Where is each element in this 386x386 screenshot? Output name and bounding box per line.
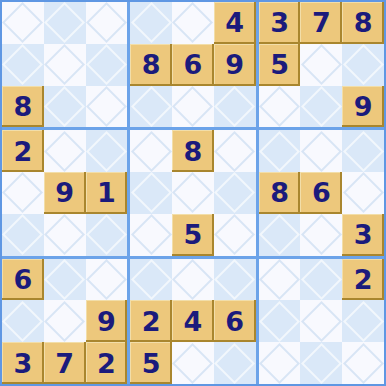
cell-r6c3[interactable]	[86, 214, 128, 256]
diamond-icon	[259, 343, 300, 384]
diamond-icon	[343, 301, 384, 342]
cell-r4c9[interactable]	[342, 130, 384, 172]
diamond-icon	[2, 44, 43, 85]
cell-r7c4[interactable]	[130, 259, 172, 301]
cell-r6c7[interactable]	[259, 214, 301, 256]
cell-r2c8[interactable]	[300, 44, 342, 86]
diamond-icon	[259, 86, 300, 127]
cell-r8c6: 6	[214, 300, 256, 342]
cell-r9c8[interactable]	[300, 342, 342, 384]
diamond-icon	[86, 86, 127, 127]
cell-r4c1: 2	[2, 130, 44, 172]
cell-r5c9[interactable]	[342, 172, 384, 214]
cell-r1c9: 8	[342, 2, 384, 44]
diamond-icon	[343, 44, 384, 85]
box-3-2: 2465	[130, 259, 255, 384]
diamond-icon	[2, 214, 43, 255]
diamond-icon	[259, 259, 300, 300]
diamond-icon	[86, 2, 127, 43]
cell-r9c4: 5	[130, 342, 172, 384]
cell-r7c6[interactable]	[214, 259, 256, 301]
diamond-icon	[86, 131, 127, 172]
box-2-2: 85	[130, 130, 255, 255]
cell-r1c7: 3	[259, 2, 301, 44]
diamond-icon	[172, 2, 213, 43]
cell-r3c3[interactable]	[86, 86, 128, 128]
cell-r5c5[interactable]	[172, 172, 214, 214]
cell-r1c1[interactable]	[2, 2, 44, 44]
cell-r2c5: 6	[172, 44, 214, 86]
cell-r9c3: 2	[86, 342, 128, 384]
diamond-icon	[343, 172, 384, 213]
diamond-icon	[131, 172, 172, 213]
cell-r7c2[interactable]	[44, 259, 86, 301]
cell-r9c7[interactable]	[259, 342, 301, 384]
cell-r6c2[interactable]	[44, 214, 86, 256]
cell-r5c7: 8	[259, 172, 301, 214]
diamond-icon	[86, 44, 127, 85]
diamond-icon	[172, 172, 213, 213]
diamond-icon	[214, 131, 255, 172]
diamond-icon	[44, 131, 85, 172]
cell-r3c7[interactable]	[259, 86, 301, 128]
cell-r8c5: 4	[172, 300, 214, 342]
diamond-icon	[44, 2, 85, 43]
cell-r8c7[interactable]	[259, 300, 301, 342]
diamond-icon	[301, 301, 342, 342]
diamond-icon	[301, 343, 342, 384]
cell-r8c3: 9	[86, 300, 128, 342]
diamond-icon	[214, 259, 255, 300]
box-1-1: 8	[2, 2, 127, 127]
diamond-icon	[44, 86, 85, 127]
cell-r6c5: 5	[172, 214, 214, 256]
cell-r8c4: 2	[130, 300, 172, 342]
diamond-icon	[301, 131, 342, 172]
cell-r9c9[interactable]	[342, 342, 384, 384]
diamond-icon	[259, 301, 300, 342]
diamond-icon	[172, 86, 213, 127]
cell-r1c8: 7	[300, 2, 342, 44]
box-2-3: 863	[259, 130, 384, 255]
diamond-icon	[172, 259, 213, 300]
diamond-icon	[2, 172, 43, 213]
cell-r5c4[interactable]	[130, 172, 172, 214]
diamond-icon	[131, 259, 172, 300]
cell-r9c5[interactable]	[172, 342, 214, 384]
cell-r9c6[interactable]	[214, 342, 256, 384]
cell-r7c3[interactable]	[86, 259, 128, 301]
cell-r5c3: 1	[86, 172, 128, 214]
sudoku-board: 8486937859291858636937224652	[0, 0, 386, 386]
diamond-icon	[343, 131, 384, 172]
cell-r3c1: 8	[2, 86, 44, 128]
cell-r8c8[interactable]	[300, 300, 342, 342]
diamond-icon	[259, 131, 300, 172]
cell-r7c8[interactable]	[300, 259, 342, 301]
box-3-1: 69372	[2, 259, 127, 384]
cell-r2c2[interactable]	[44, 44, 86, 86]
diamond-icon	[2, 301, 43, 342]
cell-r5c6[interactable]	[214, 172, 256, 214]
cell-r8c9[interactable]	[342, 300, 384, 342]
diamond-icon	[259, 214, 300, 255]
cell-r1c2[interactable]	[44, 2, 86, 44]
cell-r3c9: 9	[342, 86, 384, 128]
diamond-icon	[86, 214, 127, 255]
box-2-1: 291	[2, 130, 127, 255]
cell-r8c1[interactable]	[2, 300, 44, 342]
cell-r3c5[interactable]	[172, 86, 214, 128]
cell-r6c1[interactable]	[2, 214, 44, 256]
cell-r3c8[interactable]	[300, 86, 342, 128]
diamond-icon	[44, 259, 85, 300]
cell-r2c3[interactable]	[86, 44, 128, 86]
diamond-icon	[131, 86, 172, 127]
cell-r2c7: 5	[259, 44, 301, 86]
cell-r3c6[interactable]	[214, 86, 256, 128]
cell-r1c6: 4	[214, 2, 256, 44]
cell-r4c8[interactable]	[300, 130, 342, 172]
diamond-icon	[172, 343, 213, 384]
cell-r3c4[interactable]	[130, 86, 172, 128]
cell-r6c4[interactable]	[130, 214, 172, 256]
cell-r4c5: 8	[172, 130, 214, 172]
cell-r2c9[interactable]	[342, 44, 384, 86]
cell-r9c1: 3	[2, 342, 44, 384]
cell-r1c5[interactable]	[172, 2, 214, 44]
cell-r7c9: 2	[342, 259, 384, 301]
cell-r6c8[interactable]	[300, 214, 342, 256]
cell-r2c6: 9	[214, 44, 256, 86]
diamond-icon	[343, 343, 384, 384]
cell-r4c6[interactable]	[214, 130, 256, 172]
diamond-icon	[301, 214, 342, 255]
cell-r1c4[interactable]	[130, 2, 172, 44]
diamond-icon	[214, 343, 255, 384]
box-3-3: 2	[259, 259, 384, 384]
cell-r9c2: 7	[44, 342, 86, 384]
cell-r7c5[interactable]	[172, 259, 214, 301]
diamond-icon	[44, 44, 85, 85]
cell-r2c1[interactable]	[2, 44, 44, 86]
cell-r4c4[interactable]	[130, 130, 172, 172]
cell-r5c2: 9	[44, 172, 86, 214]
cell-r6c6[interactable]	[214, 214, 256, 256]
cell-r4c2[interactable]	[44, 130, 86, 172]
cell-r1c3[interactable]	[86, 2, 128, 44]
cell-r5c1[interactable]	[2, 172, 44, 214]
cell-r7c7[interactable]	[259, 259, 301, 301]
cell-r8c2[interactable]	[44, 300, 86, 342]
diamond-icon	[214, 172, 255, 213]
diamond-icon	[86, 259, 127, 300]
diamond-icon	[44, 214, 85, 255]
cell-r4c7[interactable]	[259, 130, 301, 172]
cell-r2c4: 8	[130, 44, 172, 86]
cell-r5c8: 6	[300, 172, 342, 214]
diamond-icon	[131, 214, 172, 255]
diamond-icon	[301, 86, 342, 127]
diamond-icon	[131, 131, 172, 172]
box-1-3: 37859	[259, 2, 384, 127]
diamond-icon	[214, 214, 255, 255]
box-1-2: 4869	[130, 2, 255, 127]
diamond-icon	[2, 2, 43, 43]
diamond-icon	[131, 2, 172, 43]
cell-r7c1: 6	[2, 259, 44, 301]
diamond-icon	[301, 44, 342, 85]
diamond-icon	[44, 301, 85, 342]
cell-r6c9: 3	[342, 214, 384, 256]
cell-r3c2[interactable]	[44, 86, 86, 128]
diamond-icon	[214, 86, 255, 127]
diamond-icon	[301, 259, 342, 300]
cell-r4c3[interactable]	[86, 130, 128, 172]
